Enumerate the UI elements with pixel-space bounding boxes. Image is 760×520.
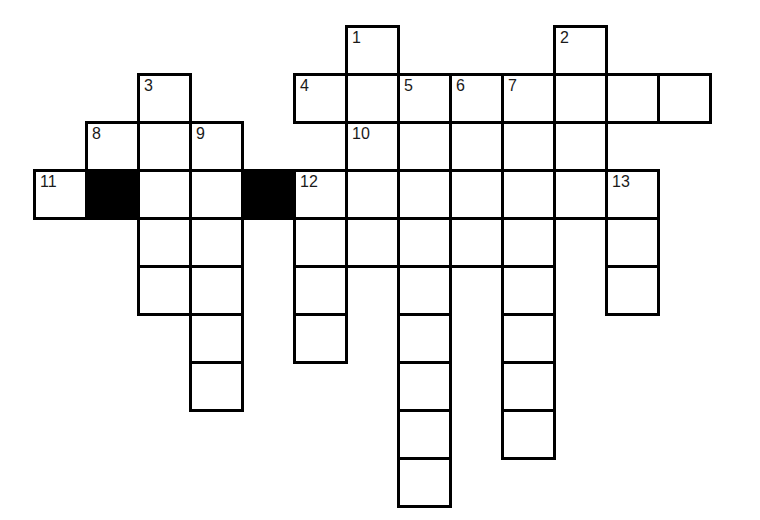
cell-r5c5[interactable] <box>293 265 348 316</box>
cell-r4c8[interactable] <box>449 217 504 268</box>
cell-r2c8[interactable] <box>449 121 504 172</box>
cell-r3c0[interactable]: 11 <box>33 169 88 220</box>
clue-number-3: 3 <box>144 77 153 95</box>
black-cell-r3c1 <box>85 169 140 220</box>
clue-number-7: 7 <box>508 77 517 95</box>
clue-number-13: 13 <box>612 173 630 191</box>
clue-number-2: 2 <box>560 29 569 47</box>
cell-r4c6[interactable] <box>345 217 400 268</box>
cell-r3c8[interactable] <box>449 169 504 220</box>
clue-number-12: 12 <box>300 173 318 191</box>
cell-r8c7[interactable] <box>397 409 452 460</box>
cell-r5c9[interactable] <box>501 265 556 316</box>
cell-r0c10[interactable]: 2 <box>553 25 608 76</box>
cell-r1c9[interactable]: 7 <box>501 73 556 124</box>
cell-r1c11[interactable] <box>605 73 660 124</box>
cell-r3c6[interactable] <box>345 169 400 220</box>
cell-r8c9[interactable] <box>501 409 556 460</box>
cell-r6c3[interactable] <box>189 313 244 364</box>
cell-r5c11[interactable] <box>605 265 660 316</box>
cell-r1c10[interactable] <box>553 73 608 124</box>
cell-r9c7[interactable] <box>397 457 452 508</box>
cell-r5c7[interactable] <box>397 265 452 316</box>
clue-number-4: 4 <box>300 77 309 95</box>
cell-r4c11[interactable] <box>605 217 660 268</box>
cell-r6c7[interactable] <box>397 313 452 364</box>
cell-r1c5[interactable]: 4 <box>293 73 348 124</box>
cell-r1c7[interactable]: 5 <box>397 73 452 124</box>
cell-r1c6[interactable] <box>345 73 400 124</box>
cell-r5c3[interactable] <box>189 265 244 316</box>
cell-r4c3[interactable] <box>189 217 244 268</box>
cell-r3c7[interactable] <box>397 169 452 220</box>
clue-number-10: 10 <box>352 125 370 143</box>
cell-r7c3[interactable] <box>189 361 244 412</box>
cell-r4c2[interactable] <box>137 217 192 268</box>
cell-r1c8[interactable]: 6 <box>449 73 504 124</box>
cell-r7c7[interactable] <box>397 361 452 412</box>
cell-r2c6[interactable]: 10 <box>345 121 400 172</box>
cell-r3c10[interactable] <box>553 169 608 220</box>
cell-r2c1[interactable]: 8 <box>85 121 140 172</box>
clue-number-6: 6 <box>456 77 465 95</box>
cell-r7c9[interactable] <box>501 361 556 412</box>
cell-r2c2[interactable] <box>137 121 192 172</box>
cell-r3c5[interactable]: 12 <box>293 169 348 220</box>
cell-r5c2[interactable] <box>137 265 192 316</box>
cell-r6c5[interactable] <box>293 313 348 364</box>
cell-r3c2[interactable] <box>137 169 192 220</box>
crossword-board: 12345678910111213 <box>33 25 712 508</box>
cell-r2c10[interactable] <box>553 121 608 172</box>
cell-r2c9[interactable] <box>501 121 556 172</box>
clue-number-11: 11 <box>40 173 57 191</box>
cell-r3c3[interactable] <box>189 169 244 220</box>
cell-r6c9[interactable] <box>501 313 556 364</box>
clue-number-8: 8 <box>92 125 101 143</box>
cell-r4c9[interactable] <box>501 217 556 268</box>
cell-r0c6[interactable]: 1 <box>345 25 400 76</box>
cell-r4c7[interactable] <box>397 217 452 268</box>
clue-number-1: 1 <box>352 29 361 47</box>
cell-r2c7[interactable] <box>397 121 452 172</box>
cell-r3c9[interactable] <box>501 169 556 220</box>
cell-r2c3[interactable]: 9 <box>189 121 244 172</box>
cell-r1c2[interactable]: 3 <box>137 73 192 124</box>
cell-r1c12[interactable] <box>657 73 712 124</box>
cell-r4c5[interactable] <box>293 217 348 268</box>
crossword-page: 12345678910111213 <box>0 0 760 520</box>
clue-number-5: 5 <box>404 77 413 95</box>
clue-number-9: 9 <box>196 125 205 143</box>
cell-r3c11[interactable]: 13 <box>605 169 660 220</box>
black-cell-r3c4 <box>241 169 296 220</box>
